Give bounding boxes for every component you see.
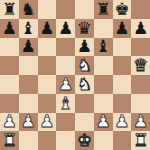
piece-black-bishop[interactable]: ♝ <box>21 19 36 36</box>
square-a6[interactable] <box>0 38 19 57</box>
square-c5[interactable] <box>38 56 57 75</box>
piece-white-pawn[interactable]: ♟ <box>21 113 36 130</box>
square-f4[interactable] <box>94 75 113 94</box>
square-d8[interactable] <box>56 0 75 19</box>
piece-white-pawn[interactable]: ♟ <box>39 113 54 130</box>
piece-white-pawn[interactable]: ♟ <box>2 113 17 130</box>
square-g1[interactable] <box>113 131 132 150</box>
square-c3[interactable] <box>38 94 57 113</box>
piece-black-rook[interactable]: ♜ <box>2 0 17 17</box>
square-g5[interactable] <box>113 56 132 75</box>
square-c2[interactable]: ♟ <box>38 113 57 132</box>
square-b2[interactable]: ♟ <box>19 113 38 132</box>
square-a4[interactable] <box>0 75 19 94</box>
square-g3[interactable] <box>113 94 132 113</box>
square-e6[interactable]: ♟ <box>75 38 94 57</box>
square-e7[interactable]: ♛ <box>75 19 94 38</box>
square-f7[interactable] <box>94 19 113 38</box>
square-e1[interactable]: ♚ <box>75 131 94 150</box>
square-b5[interactable] <box>19 56 38 75</box>
piece-black-pawn[interactable]: ♟ <box>77 38 92 55</box>
square-f2[interactable]: ♟ <box>94 113 113 132</box>
square-h4[interactable] <box>131 75 150 94</box>
piece-white-knight[interactable]: ♞ <box>77 75 92 92</box>
square-d1[interactable] <box>56 131 75 150</box>
square-a3[interactable] <box>0 94 19 113</box>
square-f8[interactable]: ♜ <box>94 0 113 19</box>
piece-white-pawn[interactable]: ♟ <box>58 75 73 92</box>
square-a2[interactable]: ♟ <box>0 113 19 132</box>
square-h7[interactable]: ♟ <box>131 19 150 38</box>
square-e4[interactable]: ♞ <box>75 75 94 94</box>
square-e3[interactable] <box>75 94 94 113</box>
square-b6[interactable]: ♟ <box>19 38 38 57</box>
square-e8[interactable] <box>75 0 94 19</box>
piece-white-pawn[interactable]: ♟ <box>114 113 129 130</box>
square-f3[interactable] <box>94 94 113 113</box>
square-a1[interactable]: ♜ <box>0 131 19 150</box>
square-f1[interactable] <box>94 131 113 150</box>
square-a7[interactable]: ♟ <box>0 19 19 38</box>
square-c7[interactable]: ♟ <box>38 19 57 38</box>
square-b8[interactable]: ♞ <box>19 0 38 19</box>
square-e5[interactable]: ♞ <box>75 56 94 75</box>
square-c6[interactable] <box>38 38 57 57</box>
square-g7[interactable]: ♟ <box>113 19 132 38</box>
square-d5[interactable] <box>56 56 75 75</box>
square-c1[interactable] <box>38 131 57 150</box>
piece-black-bishop[interactable]: ♝ <box>96 38 111 55</box>
square-b1[interactable] <box>19 131 38 150</box>
square-d7[interactable]: ♟ <box>56 19 75 38</box>
piece-black-pawn[interactable]: ♟ <box>114 19 129 36</box>
square-d4[interactable]: ♟ <box>56 75 75 94</box>
square-d6[interactable] <box>56 38 75 57</box>
piece-black-pawn[interactable]: ♟ <box>2 19 17 36</box>
piece-white-pawn[interactable]: ♟ <box>133 113 148 130</box>
piece-white-pawn[interactable]: ♟ <box>96 113 111 130</box>
square-h8[interactable] <box>131 0 150 19</box>
piece-white-knight[interactable]: ♞ <box>77 57 92 74</box>
piece-white-rook[interactable]: ♜ <box>2 132 17 149</box>
square-c8[interactable] <box>38 0 57 19</box>
square-g8[interactable]: ♚ <box>113 0 132 19</box>
piece-black-pawn[interactable]: ♟ <box>21 38 36 55</box>
square-e2[interactable] <box>75 113 94 132</box>
piece-black-king[interactable]: ♚ <box>114 0 129 17</box>
square-h3[interactable] <box>131 94 150 113</box>
piece-black-pawn[interactable]: ♟ <box>39 19 54 36</box>
square-b7[interactable]: ♝ <box>19 19 38 38</box>
square-f6[interactable]: ♝ <box>94 38 113 57</box>
square-h1[interactable]: ♜ <box>131 131 150 150</box>
square-g6[interactable] <box>113 38 132 57</box>
square-g4[interactable] <box>113 75 132 94</box>
piece-white-rook[interactable]: ♜ <box>133 132 148 149</box>
chess-board: ♜♞♜♚♟♝♟♟♛♟♟♟♟♝♞♛♟♞♝♟♟♟♟♟♟♜♚♜ <box>0 0 150 150</box>
piece-black-pawn[interactable]: ♟ <box>58 19 73 36</box>
piece-black-queen[interactable]: ♛ <box>77 19 92 36</box>
square-f5[interactable] <box>94 56 113 75</box>
square-d3[interactable]: ♝ <box>56 94 75 113</box>
square-a8[interactable]: ♜ <box>0 0 19 19</box>
piece-black-rook[interactable]: ♜ <box>96 0 111 17</box>
square-b4[interactable] <box>19 75 38 94</box>
square-d2[interactable] <box>56 113 75 132</box>
square-a5[interactable] <box>0 56 19 75</box>
square-b3[interactable] <box>19 94 38 113</box>
piece-black-knight[interactable]: ♞ <box>21 0 36 17</box>
square-c4[interactable] <box>38 75 57 94</box>
square-h6[interactable] <box>131 38 150 57</box>
square-h5[interactable]: ♛ <box>131 56 150 75</box>
piece-white-bishop[interactable]: ♝ <box>58 94 73 111</box>
piece-black-pawn[interactable]: ♟ <box>133 19 148 36</box>
piece-white-king[interactable]: ♚ <box>77 132 92 149</box>
square-g2[interactable]: ♟ <box>113 113 132 132</box>
piece-white-queen[interactable]: ♛ <box>133 57 148 74</box>
square-h2[interactable]: ♟ <box>131 113 150 132</box>
